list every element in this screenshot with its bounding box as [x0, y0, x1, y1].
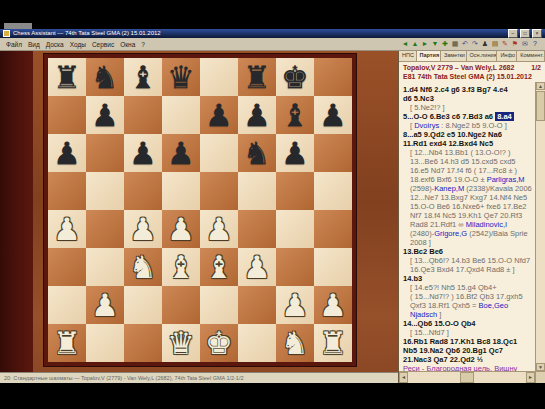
- square-h7[interactable]: ♟: [314, 96, 352, 134]
- grid-icon[interactable]: ▦: [451, 40, 459, 48]
- close-button[interactable]: ×: [532, 29, 542, 38]
- square-f3[interactable]: ♟: [238, 248, 276, 286]
- tab-Партия[interactable]: Партия: [417, 51, 441, 61]
- piece-white-pawn[interactable]: ♟: [53, 210, 81, 248]
- notation-line: Реси - Благородная цель. Вишну: [403, 364, 534, 371]
- move-token[interactable]: 13...Be6 14.h3 d5 15.cxd5 cxd5: [410, 157, 516, 166]
- square-g7[interactable]: ♝: [276, 96, 314, 134]
- notation-line: 11.Rd1 exd4 12.Bxd4 Nc5: [403, 139, 534, 148]
- undo-icon[interactable]: ↶: [461, 40, 469, 48]
- move-token[interactable]: : 8.Nge2 b5 9.O-O ]: [439, 121, 507, 130]
- chess-board: ♜♞♝♛♜♚♟♟♟♝♟♟♟♟♞♟♟♟♟♟♞♝♝♟♟♟♟♜♛♚♞♜: [48, 58, 352, 362]
- square-c3[interactable]: ♞: [124, 248, 162, 286]
- move-token[interactable]: [ 12...Nb4 13.Bb1 ( 13.O-O!? ): [410, 148, 510, 157]
- move-token[interactable]: 5...O-O 6.Be3 c6 7.Bd3 a6: [403, 112, 495, 121]
- square-b7[interactable]: ♟: [86, 96, 124, 134]
- menu-item-Вид[interactable]: Вид: [28, 41, 40, 48]
- piece-white-knight[interactable]: ♞: [129, 248, 157, 286]
- notation-line: 21.Nac3 Qa7 22.Qd2 ½: [403, 355, 534, 364]
- piece-black-pawn[interactable]: ♟: [91, 96, 119, 134]
- vertical-scrollbar[interactable]: ▲ ▼: [535, 82, 545, 371]
- notation-line: 14...Qb6 15.O-O Qb4: [403, 319, 534, 328]
- notation-line: Nf7 18.f4 Nc5 19.Kh1 Qe7 20.Rf3: [403, 211, 534, 220]
- help-icon[interactable]: ?: [531, 40, 539, 48]
- maximize-button[interactable]: □: [520, 29, 530, 38]
- square-f4[interactable]: [238, 210, 276, 248]
- menu-item-Файл[interactable]: Файл: [6, 41, 22, 48]
- piece-white-pawn[interactable]: ♟: [167, 210, 195, 248]
- square-d6[interactable]: ♟: [162, 134, 200, 172]
- notation-line: 13...Be6 14.h3 d5 15.cxd5 cxd5: [403, 157, 534, 166]
- square-g4[interactable]: [276, 210, 314, 248]
- square-a3[interactable]: [48, 248, 86, 286]
- square-d5[interactable]: [162, 172, 200, 210]
- square-d3[interactable]: ♝: [162, 248, 200, 286]
- add-icon[interactable]: ✚: [441, 40, 449, 48]
- notation-line: [ 5.Ne2!? ]: [403, 103, 534, 112]
- square-f6[interactable]: ♞: [238, 134, 276, 172]
- square-g1[interactable]: ♞: [276, 324, 314, 362]
- piece-black-rook[interactable]: ♜: [243, 58, 271, 96]
- move-token[interactable]: d6 5.Nc3: [403, 94, 434, 103]
- square-a7[interactable]: [48, 96, 86, 134]
- move-token[interactable]: 14...Qb6 15.O-O Qb4: [403, 319, 476, 328]
- notation-line: [ Dvoirys : 8.Nge2 b5 9.O-O ]: [403, 121, 534, 130]
- square-g8[interactable]: ♚: [276, 58, 314, 96]
- piece-white-rook[interactable]: ♜: [53, 324, 81, 362]
- move-token[interactable]: 21.Nac3 Qa7 22.Qd2 ½: [403, 355, 483, 364]
- square-c6[interactable]: ♟: [124, 134, 162, 172]
- status-bar: 20: Стандартные шахматы — Topalov,V (277…: [0, 372, 398, 383]
- notation-line: ( 15...Nd7!? ) 16.Bf2 Qb3 17.gxh5: [403, 292, 534, 301]
- board-frame: ♜♞♝♛♜♚♟♟♟♝♟♟♟♟♞♟♟♟♟♟♞♝♝♟♟♟♟♜♛♚♞♜: [44, 54, 356, 366]
- tab-Заметки[interactable]: Заметки: [441, 51, 467, 61]
- piece-white-pawn[interactable]: ♟: [129, 210, 157, 248]
- piece-black-pawn[interactable]: ♟: [53, 134, 81, 172]
- square-e2[interactable]: [200, 286, 238, 324]
- piece-black-pawn[interactable]: ♟: [243, 96, 271, 134]
- square-f2[interactable]: [238, 286, 276, 324]
- board-area: ♜♞♝♛♜♚♟♟♟♝♟♟♟♟♞♟♟♟♟♟♞♝♝♟♟♟♟♜♛♚♞♜ 20: Ста…: [0, 51, 398, 383]
- square-h4[interactable]: [314, 210, 352, 248]
- square-b5[interactable]: [86, 172, 124, 210]
- menu-item-Сервис[interactable]: Сервис: [92, 41, 114, 48]
- piece-white-pawn[interactable]: ♟: [281, 286, 309, 324]
- scroll-right-icon[interactable]: ►: [526, 372, 535, 383]
- redo-icon[interactable]: ↷: [471, 40, 479, 48]
- square-g3[interactable]: [276, 248, 314, 286]
- square-a2[interactable]: [48, 286, 86, 324]
- notation-line: 8...a5 9.Qd2 e5 10.Nge2 Na6: [403, 130, 534, 139]
- notation-line: [ 13...Qb6!? 14.b3 Be6 15.O-O Nfd7: [403, 256, 534, 265]
- move-token[interactable]: (2542)/Baia Sprie: [467, 229, 527, 238]
- move-token[interactable]: (2338)/Kavala 2006 ;: [464, 184, 534, 193]
- piece-white-pawn[interactable]: ♟: [91, 286, 119, 324]
- move-token[interactable]: [ 5.Ne2!? ]: [410, 103, 445, 112]
- tab-Осн.линия[interactable]: Осн.линия: [467, 51, 498, 61]
- notation-line: 2008 ]: [403, 238, 534, 247]
- piece-black-pawn[interactable]: ♟: [129, 134, 157, 172]
- square-h8[interactable]: [314, 58, 352, 96]
- panel-tabs: НПСПартияЗаметкиОсн.линияИнфоКоммент.: [399, 51, 545, 62]
- player-link[interactable]: Kanep,M: [434, 184, 464, 193]
- piece-black-bishop[interactable]: ♝: [281, 96, 309, 134]
- nav-up-icon[interactable]: ▲: [411, 40, 419, 48]
- move-token[interactable]: [ 13...Qb6!? 14.b3 Be6 15.O-O Nfd7: [410, 256, 530, 265]
- tab-Инфо[interactable]: Инфо: [497, 51, 517, 61]
- square-f5[interactable]: [238, 172, 276, 210]
- player-link[interactable]: Miladinovic,I: [466, 220, 507, 229]
- event-label: E81 74th Tata Steel GMA (2) 15.01.2012: [403, 73, 543, 82]
- piece-black-king[interactable]: ♚: [281, 58, 309, 96]
- result-label: 1/2: [531, 64, 543, 73]
- square-f1[interactable]: [238, 324, 276, 362]
- edit-icon[interactable]: ✎: [501, 40, 509, 48]
- square-d7[interactable]: [162, 96, 200, 134]
- scrollbar-corner: [535, 372, 545, 383]
- square-g6[interactable]: ♟: [276, 134, 314, 172]
- notation-line: 5...O-O 6.Be3 c6 7.Bd3 a6 8.a4: [403, 112, 534, 121]
- notation-line: Qxf3 18.Rf1 Qxh5 = Boe,Geo: [403, 301, 534, 310]
- notation-line: [ 14.e5?! Nh5 15.g4 Qb4+: [403, 283, 534, 292]
- notation-line: (2598)-Kanep,M (2338)/Kavala 2006 ;: [403, 184, 534, 193]
- square-c2[interactable]: [124, 286, 162, 324]
- square-b4[interactable]: [86, 210, 124, 248]
- square-c7[interactable]: [124, 96, 162, 134]
- move-token[interactable]: 14.b3: [403, 274, 422, 283]
- square-a1[interactable]: ♜: [48, 324, 86, 362]
- move-token[interactable]: 2008 ]: [410, 238, 431, 247]
- notation-line: 14.b3: [403, 274, 534, 283]
- menu-item-Окна[interactable]: Окна: [120, 41, 135, 48]
- move-token[interactable]: 8...a5 9.Qd2 e5 10.Nge2 Na6: [403, 130, 502, 139]
- move-token[interactable]: Qxf3 18.Rf1 Qxh5 =: [410, 301, 479, 310]
- horizontal-scroll-thumb[interactable]: [460, 372, 474, 383]
- list-icon[interactable]: ▤: [491, 40, 499, 48]
- notation-line: [ 15...Nfd7 ]: [403, 328, 534, 337]
- piece-white-pawn[interactable]: ♟: [205, 210, 233, 248]
- square-b8[interactable]: ♞: [86, 58, 124, 96]
- tab-Коммент.[interactable]: Коммент.: [517, 51, 545, 61]
- move-token[interactable]: (2598)-: [410, 184, 434, 193]
- notation-line: 13.Bc2 Be6: [403, 247, 534, 256]
- square-d4[interactable]: ♟: [162, 210, 200, 248]
- player-link[interactable]: Boe,Geo: [479, 301, 509, 310]
- piece-black-queen[interactable]: ♛: [167, 58, 195, 96]
- move-token[interactable]: Rad8 21.Rdf1 ∞: [410, 220, 466, 229]
- square-b2[interactable]: ♟: [86, 286, 124, 324]
- move-token[interactable]: [ 14.e5?! Nh5 15.g4 Qb4+: [410, 283, 497, 292]
- app-icon: [3, 30, 10, 37]
- menu-item-Доска[interactable]: Доска: [46, 41, 64, 48]
- menu-item-help[interactable]: ?: [141, 41, 145, 48]
- move-token[interactable]: 16.Qe3 Bxd4 17.Qxd4 Rad8 ± ]: [410, 265, 515, 274]
- square-e3[interactable]: ♝: [200, 248, 238, 286]
- square-h1[interactable]: ♜: [314, 324, 352, 362]
- piece-black-pawn[interactable]: ♟: [205, 96, 233, 134]
- annotation-text: Реси - Благородная цель. Вишну: [403, 364, 517, 371]
- move-list: 1.d4 Nf6 2.c4 g6 3.f3 Bg7 4.e4d6 5.Nc3[ …: [399, 82, 535, 371]
- scroll-up-icon[interactable]: ▲: [536, 82, 545, 90]
- square-e1[interactable]: ♚: [200, 324, 238, 362]
- square-c4[interactable]: ♟: [124, 210, 162, 248]
- move-token[interactable]: 16.e5 Nd7 17.f4 f6 ( 17...Rc8 ± ): [410, 166, 517, 175]
- piece-black-knight[interactable]: ♞: [243, 134, 271, 172]
- pawn-icon[interactable]: ♟: [481, 40, 489, 48]
- piece-white-king[interactable]: ♚: [205, 324, 233, 362]
- square-e4[interactable]: ♟: [200, 210, 238, 248]
- piece-white-knight[interactable]: ♞: [281, 324, 309, 362]
- move-token[interactable]: 11.Rd1 exd4 12.Bxd4 Nc5: [403, 139, 493, 148]
- notation-line: d6 5.Nc3: [403, 94, 534, 103]
- square-e7[interactable]: ♟: [200, 96, 238, 134]
- players-label: Topalov,V 2779 – Van Wely,L 2682: [403, 64, 514, 73]
- square-a6[interactable]: ♟: [48, 134, 86, 172]
- square-h3[interactable]: [314, 248, 352, 286]
- move-token[interactable]: [ 15...Nfd7 ]: [410, 328, 449, 337]
- nav-first-icon[interactable]: ◄: [401, 40, 409, 48]
- nav-down-icon[interactable]: ▼: [431, 40, 439, 48]
- square-h2[interactable]: ♟: [314, 286, 352, 324]
- move-token[interactable]: ]: [437, 310, 441, 319]
- scroll-down-icon[interactable]: ▼: [536, 363, 545, 371]
- square-f8[interactable]: ♜: [238, 58, 276, 96]
- piece-white-bishop[interactable]: ♝: [167, 248, 195, 286]
- square-h6[interactable]: [314, 134, 352, 172]
- move-token[interactable]: ( 15...Nd7!? ) 16.Bf2 Qb3 17.gxh5: [410, 292, 523, 301]
- player-link[interactable]: Grigore,G: [434, 229, 467, 238]
- player-link[interactable]: Dvoirys: [414, 121, 439, 130]
- move-token[interactable]: Nf7 18.f4 Nc5 19.Kh1 Qe7 20.Rf3: [410, 211, 522, 220]
- square-c8[interactable]: ♝: [124, 58, 162, 96]
- move-token[interactable]: 15.O-O Be6 16.Nxe6+ fxe6 17.Be2: [410, 202, 527, 211]
- piece-black-bishop[interactable]: ♝: [129, 58, 157, 96]
- square-c5[interactable]: [124, 172, 162, 210]
- tab-НПС[interactable]: НПС: [399, 51, 417, 61]
- square-e5[interactable]: [200, 172, 238, 210]
- square-e8[interactable]: [200, 58, 238, 96]
- player-link[interactable]: Parligras,M: [487, 175, 525, 184]
- notation-line: 12...Ne7 13.Bxg7 Kxg7 14.Nf4 Ne5: [403, 193, 534, 202]
- menu-bar: ФайлВидДоскаХодыСервисОкна? ◄▲►▼✚▦↶↷♟▤✎⚑…: [0, 38, 545, 51]
- piece-white-pawn[interactable]: ♟: [243, 248, 271, 286]
- nav-next-icon[interactable]: ►: [421, 40, 429, 48]
- notation-line: Rad8 21.Rdf1 ∞ Miladinovic,I: [403, 220, 534, 229]
- notation-line: (2480)-Grigore,G (2542)/Baia Sprie: [403, 229, 534, 238]
- notation-line: Nb5 19.Na2 Qb6 20.Bg1 Qc7: [403, 346, 534, 355]
- toolbar: ◄▲►▼✚▦↶↷♟▤✎⚑✉?: [401, 40, 545, 48]
- wood-frame-left: [0, 51, 33, 383]
- piece-white-pawn[interactable]: ♟: [319, 286, 347, 324]
- menu-items: ФайлВидДоскаХодыСервисОкна?: [0, 41, 145, 48]
- window-controls: – □ ×: [508, 29, 542, 38]
- vertical-scroll-thumb[interactable]: [536, 91, 545, 121]
- piece-black-knight[interactable]: ♞: [91, 58, 119, 96]
- move-token[interactable]: 12...Ne7 13.Bxg7 Kxg7 14.Nf4 Ne5: [410, 193, 527, 202]
- square-a5[interactable]: [48, 172, 86, 210]
- piece-black-pawn[interactable]: ♟: [319, 96, 347, 134]
- square-c1[interactable]: [124, 324, 162, 362]
- move-token[interactable]: 13.Bc2 Be6: [403, 247, 443, 256]
- square-e6[interactable]: [200, 134, 238, 172]
- square-f7[interactable]: ♟: [238, 96, 276, 134]
- piece-white-rook[interactable]: ♜: [319, 324, 347, 362]
- square-g2[interactable]: ♟: [276, 286, 314, 324]
- notation-panel: НПСПартияЗаметкиОсн.линияИнфоКоммент. To…: [398, 51, 545, 383]
- notation-line: 15.O-O Be6 16.Nxe6+ fxe6 17.Be2: [403, 202, 534, 211]
- piece-black-pawn[interactable]: ♟: [167, 134, 195, 172]
- mail-icon[interactable]: ✉: [521, 40, 529, 48]
- game-header: Topalov,V 2779 – Van Wely,L 2682 1/2 E81…: [399, 62, 545, 82]
- notation-line: 1.d4 Nf6 2.c4 g6 3.f3 Bg7 4.e4: [403, 85, 534, 94]
- notation-line: 18.exf6 Bxf6 19.O-O ± Parligras,M: [403, 175, 534, 184]
- square-b1[interactable]: [86, 324, 124, 362]
- square-d2[interactable]: [162, 286, 200, 324]
- flag-icon[interactable]: ⚑: [511, 40, 519, 48]
- move-token[interactable]: Nb5 19.Na2 Qb6 20.Bg1 Qc7: [403, 346, 503, 355]
- move-token[interactable]: 1.d4 Nf6 2.c4 g6 3.f3 Bg7 4.e4: [403, 85, 508, 94]
- piece-black-rook[interactable]: ♜: [53, 58, 81, 96]
- piece-black-pawn[interactable]: ♟: [281, 134, 309, 172]
- square-d8[interactable]: ♛: [162, 58, 200, 96]
- piece-white-bishop[interactable]: ♝: [205, 248, 233, 286]
- square-a8[interactable]: ♜: [48, 58, 86, 96]
- square-h5[interactable]: [314, 172, 352, 210]
- square-g5[interactable]: [276, 172, 314, 210]
- title-bar: Chess Assistant — 74th Tata Steel GMA (2…: [0, 29, 545, 38]
- minimize-button[interactable]: –: [508, 29, 518, 38]
- move-token[interactable]: 16.Rb1 Rad8 17.Kh1 Bc8 18.Qc1: [403, 337, 517, 346]
- move-token[interactable]: (2480)-: [410, 229, 434, 238]
- notation-line: 16.Qe3 Bxd4 17.Qxd4 Rad8 ± ]: [403, 265, 534, 274]
- player-link[interactable]: Njadsch: [410, 310, 437, 319]
- window-title: Chess Assistant — 74th Tata Steel GMA (2…: [13, 29, 508, 38]
- notation-line: [ 12...Nb4 13.Bb1 ( 13.O-O!? ): [403, 148, 534, 157]
- notation-line: Njadsch ]: [403, 310, 534, 319]
- current-move[interactable]: 8.a4: [495, 112, 514, 121]
- scroll-left-icon[interactable]: ◄: [399, 372, 408, 383]
- move-token[interactable]: 18.exf6 Bxf6 19.O-O ±: [410, 175, 487, 184]
- piece-white-queen[interactable]: ♛: [167, 324, 195, 362]
- horizontal-scrollbar[interactable]: ◄ ►: [399, 371, 545, 383]
- square-d1[interactable]: ♛: [162, 324, 200, 362]
- square-b6[interactable]: [86, 134, 124, 172]
- notation-line: 16.e5 Nd7 17.f4 f6 ( 17...Rc8 ± ): [403, 166, 534, 175]
- chess-app-window: Chess Assistant — 74th Tata Steel GMA (2…: [0, 29, 545, 383]
- square-b3[interactable]: [86, 248, 124, 286]
- square-a4[interactable]: ♟: [48, 210, 86, 248]
- notation-line: 16.Rb1 Rad8 17.Kh1 Bc8 18.Qc1: [403, 337, 534, 346]
- menu-item-Ходы[interactable]: Ходы: [70, 41, 86, 48]
